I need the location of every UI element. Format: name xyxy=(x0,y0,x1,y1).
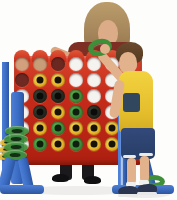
left-foot-bar xyxy=(0,185,44,194)
product-photo-giant-connect-four xyxy=(0,0,177,200)
ring-center-hole xyxy=(91,125,98,132)
cell-r2c2-Y-ring xyxy=(33,73,47,87)
cell-r5c4-Y-ring xyxy=(69,121,83,135)
woman-shoe xyxy=(84,176,101,184)
cell-r3c4-G-ring xyxy=(69,89,83,103)
cell-r5c2-Y-ring xyxy=(33,121,47,135)
ring-center-hole xyxy=(73,125,80,132)
ring-center-hole xyxy=(55,77,62,84)
cell-r2c1-empty xyxy=(15,73,29,87)
ring-center-hole xyxy=(37,109,44,116)
ring-center-hole xyxy=(37,93,44,100)
ring-center-hole xyxy=(91,141,98,148)
ring-center-hole xyxy=(55,109,62,116)
cell-r6c3-Y-ring xyxy=(51,137,65,151)
boy-leg xyxy=(140,156,149,182)
ring-center-hole xyxy=(55,93,62,100)
cell-r2c4-empty xyxy=(69,73,83,87)
ring-center-hole xyxy=(11,137,22,141)
boy-leg xyxy=(127,158,136,184)
ring-center-hole xyxy=(109,141,116,148)
ring-center-hole xyxy=(37,141,44,148)
cell-r3c2-D-ring xyxy=(33,89,47,103)
ring-center-hole xyxy=(109,125,116,132)
boy-hand xyxy=(100,44,110,54)
ring-center-hole xyxy=(55,141,62,148)
cell-r5c5-Y-ring xyxy=(87,121,101,135)
cell-r6c2-G-ring xyxy=(33,137,47,151)
ring-center-hole xyxy=(73,93,80,100)
cell-r1c2-empty xyxy=(33,57,47,71)
ring-center-hole xyxy=(55,125,62,132)
cell-r6c5-Y-ring xyxy=(87,137,101,151)
cell-r1c1-empty xyxy=(15,57,29,71)
ring-center-hole xyxy=(10,145,21,149)
cell-r4c3-Y-ring xyxy=(51,105,65,119)
ring-center-hole xyxy=(73,141,80,148)
cell-r1c4-empty xyxy=(69,57,83,71)
ring-center-hole xyxy=(37,125,44,132)
ring-center-hole xyxy=(91,109,98,116)
cell-r3c3-D-ring xyxy=(51,89,65,103)
boy-shirt-graphic xyxy=(123,93,140,112)
cell-r5c3-G-ring xyxy=(51,121,65,135)
ring-center-hole xyxy=(12,129,23,133)
cell-r6c6-Y-ring xyxy=(105,137,119,151)
cell-r1c3-empty xyxy=(51,57,65,71)
cell-r5c6-Y-ring xyxy=(105,121,119,135)
cell-r4c4-G-ring xyxy=(69,105,83,119)
woman-shoe xyxy=(52,174,69,182)
boy-shoe-sole xyxy=(118,194,138,197)
cell-r2c5-empty xyxy=(87,73,101,87)
cell-r4c5-D-ring xyxy=(87,105,101,119)
ring-center-hole xyxy=(10,153,21,157)
cell-r6c4-G-ring xyxy=(69,137,83,151)
cell-r2c3-Y-ring xyxy=(51,73,65,87)
ring-center-hole xyxy=(73,109,80,116)
ring-center-hole xyxy=(37,77,44,84)
boy-shoe-sole xyxy=(137,192,157,195)
cell-r4c2-D-ring xyxy=(33,105,47,119)
cell-r3c5-empty xyxy=(87,89,101,103)
